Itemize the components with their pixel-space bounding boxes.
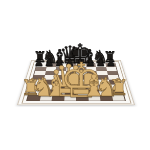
board-square-e1	[76, 95, 88, 101]
chess-set-product-photo: ♜♞♝♛♚♝♞♜♟♟♟♟♟♟♟♟♟♟♟♟♟♟♟♟♜♞♝♛♚♝♞♜	[0, 0, 150, 150]
board-grid	[26, 63, 126, 101]
chess-board	[17, 60, 135, 105]
board-square-c1	[52, 95, 65, 101]
board-square-h1	[111, 95, 124, 101]
board-square-b1	[39, 95, 52, 101]
board-square-d1	[64, 95, 76, 101]
board-square-f1	[88, 95, 101, 101]
